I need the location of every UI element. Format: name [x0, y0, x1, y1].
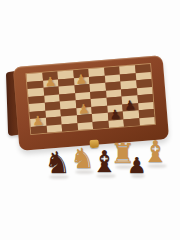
foreground-piece-black-knight: ♞	[44, 148, 71, 178]
board-square	[123, 118, 139, 127]
board-square	[31, 125, 47, 134]
chess-board: ♟♟♟♟♟♟	[26, 64, 154, 134]
board-square	[62, 123, 78, 132]
board-square	[77, 121, 93, 130]
board-square	[92, 120, 108, 129]
chess-set-product-photo: ♟♟♟♟♟♟ ♞♞♝♜♟♝	[0, 0, 180, 240]
board-square	[139, 116, 155, 125]
foreground-piece-white-bishop: ♝	[142, 137, 169, 167]
board-square	[108, 119, 124, 128]
board-square	[46, 124, 62, 133]
